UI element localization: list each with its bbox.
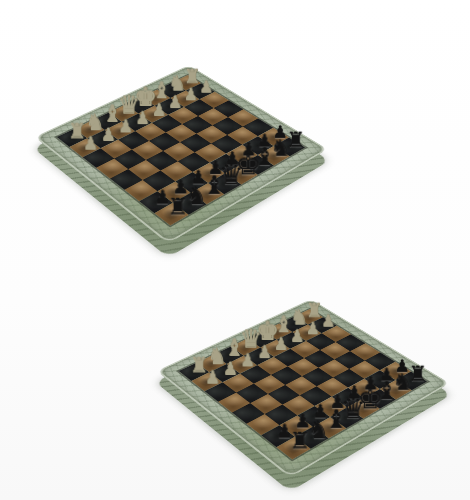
square: ♟: [226, 144, 258, 163]
piece-shadow: [298, 310, 320, 322]
product-photo: ♜♞♝♛♚♝♞♜♟♟♟♟♟♟♟♟♟♟♟♟♟♟♟♟♜♞♝♛♚♝♞♜ ♜♞♝♛♚♝♞…: [0, 0, 470, 500]
piece-shadow: [176, 76, 198, 88]
piece-shadow: [246, 157, 270, 172]
piece-shadow: [195, 185, 220, 201]
piece-shadow: [368, 391, 392, 406]
piece-shadow: [73, 140, 97, 154]
chess-set-2: ♜♞♝♛♚♝♞♜♟♟♟♟♟♟♟♟♟♟♟♟♟♟♟♟♜♞♝♛♚♝♞♜: [132, 236, 470, 500]
board-tilt-wrapper: ♜♞♝♛♚♝♞♜♟♟♟♟♟♟♟♟♟♟♟♟♟♟♟♟♜♞♝♛♚♝♞♜: [179, 309, 427, 459]
piece-shadow: [351, 400, 376, 415]
piece-shadow: [214, 155, 238, 170]
board-tilt-wrapper: ♜♞♝♛♚♝♞♜♟♟♟♟♟♟♟♟♟♟♟♟♟♟♟♟♜♞♝♛♚♝♞♜: [57, 75, 305, 225]
chess-set-1: ♜♞♝♛♚♝♞♜♟♟♟♟♟♟♟♟♟♟♟♟♟♟♟♟♜♞♝♛♚♝♞♜: [10, 2, 350, 267]
